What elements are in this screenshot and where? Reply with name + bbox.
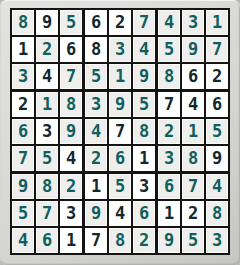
cell-r7c1[interactable]: 9 [12,174,34,199]
cell-r1c1[interactable]: 8 [12,10,34,35]
cell-r2c5[interactable]: 3 [109,37,131,62]
cell-r9c5[interactable]: 8 [109,228,131,253]
cell-r6c9[interactable]: 9 [206,146,228,171]
cell-r7c8[interactable]: 7 [182,174,204,199]
cell-r5c6[interactable]: 8 [133,119,155,144]
cell-r8c6[interactable]: 6 [133,201,155,226]
sudoku-board: 8951263476278345194315978622186397543954… [10,8,230,255]
box-4: 218639754 [12,92,82,171]
box-6: 746215389 [158,92,228,171]
cell-r4c5[interactable]: 9 [109,92,131,117]
cell-r6c6[interactable]: 1 [133,146,155,171]
cell-r5c8[interactable]: 1 [182,119,204,144]
cell-r8c3[interactable]: 3 [60,201,82,226]
cell-r8c1[interactable]: 5 [12,201,34,226]
cell-r2c6[interactable]: 4 [133,37,155,62]
cell-r3c4[interactable]: 5 [85,64,107,89]
cell-r9c2[interactable]: 6 [36,228,58,253]
cell-r3c6[interactable]: 9 [133,64,155,89]
cell-r5c7[interactable]: 2 [158,119,180,144]
cell-r7c9[interactable]: 4 [206,174,228,199]
cell-r7c4[interactable]: 1 [85,174,107,199]
cell-r2c9[interactable]: 7 [206,37,228,62]
cell-r7c7[interactable]: 6 [158,174,180,199]
cell-r9c8[interactable]: 5 [182,228,204,253]
cell-r2c4[interactable]: 8 [85,37,107,62]
cell-r3c9[interactable]: 2 [206,64,228,89]
cell-r6c1[interactable]: 7 [12,146,34,171]
cell-r6c7[interactable]: 3 [158,146,180,171]
box-1: 895126347 [12,10,82,89]
cell-r4c1[interactable]: 2 [12,92,34,117]
cell-r8c5[interactable]: 4 [109,201,131,226]
cell-r7c2[interactable]: 8 [36,174,58,199]
cell-r5c9[interactable]: 5 [206,119,228,144]
sudoku-panel: 8951263476278345194315978622186397543954… [0,0,240,265]
cell-r8c4[interactable]: 9 [85,201,107,226]
cell-r3c2[interactable]: 4 [36,64,58,89]
cell-r8c8[interactable]: 2 [182,201,204,226]
cell-r1c9[interactable]: 1 [206,10,228,35]
cell-r9c3[interactable]: 1 [60,228,82,253]
cell-r3c1[interactable]: 3 [12,64,34,89]
box-9: 674128953 [158,174,228,253]
cell-r2c2[interactable]: 2 [36,37,58,62]
cell-r1c6[interactable]: 7 [133,10,155,35]
cell-r8c7[interactable]: 1 [158,201,180,226]
cell-r5c1[interactable]: 6 [12,119,34,144]
box-7: 982573461 [12,174,82,253]
cell-r7c3[interactable]: 2 [60,174,82,199]
cell-r5c2[interactable]: 3 [36,119,58,144]
cell-r4c3[interactable]: 8 [60,92,82,117]
cell-r2c7[interactable]: 5 [158,37,180,62]
cell-r4c4[interactable]: 3 [85,92,107,117]
box-8: 153946782 [85,174,155,253]
cell-r5c3[interactable]: 9 [60,119,82,144]
cell-r5c4[interactable]: 4 [85,119,107,144]
cell-r9c1[interactable]: 4 [12,228,34,253]
cell-r6c4[interactable]: 2 [85,146,107,171]
cell-r6c2[interactable]: 5 [36,146,58,171]
cell-r4c9[interactable]: 6 [206,92,228,117]
cell-r3c5[interactable]: 1 [109,64,131,89]
cell-r3c3[interactable]: 7 [60,64,82,89]
box-5: 395478261 [85,92,155,171]
cell-r1c2[interactable]: 9 [36,10,58,35]
cell-r6c8[interactable]: 8 [182,146,204,171]
cell-r9c4[interactable]: 7 [85,228,107,253]
cell-r2c1[interactable]: 1 [12,37,34,62]
cell-r8c2[interactable]: 7 [36,201,58,226]
box-2: 627834519 [85,10,155,89]
cell-r3c8[interactable]: 6 [182,64,204,89]
cell-r4c7[interactable]: 7 [158,92,180,117]
cell-r1c3[interactable]: 5 [60,10,82,35]
cell-r6c3[interactable]: 4 [60,146,82,171]
cell-r9c6[interactable]: 2 [133,228,155,253]
cell-r2c3[interactable]: 6 [60,37,82,62]
cell-r6c5[interactable]: 6 [109,146,131,171]
cell-r1c8[interactable]: 3 [182,10,204,35]
box-3: 431597862 [158,10,228,89]
cell-r7c6[interactable]: 3 [133,174,155,199]
cell-r1c4[interactable]: 6 [85,10,107,35]
cell-r3c7[interactable]: 8 [158,64,180,89]
cell-r1c7[interactable]: 4 [158,10,180,35]
cell-r2c8[interactable]: 9 [182,37,204,62]
cell-r8c9[interactable]: 8 [206,201,228,226]
cell-r7c5[interactable]: 5 [109,174,131,199]
cell-r9c7[interactable]: 9 [158,228,180,253]
cell-r1c5[interactable]: 2 [109,10,131,35]
cell-r4c2[interactable]: 1 [36,92,58,117]
cell-r4c6[interactable]: 5 [133,92,155,117]
cell-r9c9[interactable]: 3 [206,228,228,253]
cell-r5c5[interactable]: 7 [109,119,131,144]
cell-r4c8[interactable]: 4 [182,92,204,117]
